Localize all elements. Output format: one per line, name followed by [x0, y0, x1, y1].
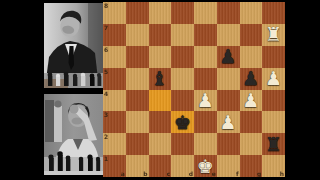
square-f1[interactable]: f: [217, 155, 240, 177]
square-h8[interactable]: [262, 2, 285, 24]
square-a8[interactable]: 8: [103, 2, 126, 24]
square-b7[interactable]: [126, 24, 149, 46]
square-b3[interactable]: [126, 111, 149, 133]
square-h6[interactable]: [262, 46, 285, 68]
square-e3[interactable]: [194, 111, 217, 133]
rank-label-2: 2: [104, 133, 108, 140]
square-d7[interactable]: [171, 24, 194, 46]
square-g6[interactable]: [240, 46, 263, 68]
square-d1[interactable]: d: [171, 155, 194, 177]
square-g4[interactable]: ♟: [240, 90, 263, 112]
square-b5[interactable]: [126, 68, 149, 90]
square-f8[interactable]: [217, 2, 240, 24]
file-label-f: f: [236, 170, 239, 177]
square-b2[interactable]: [126, 133, 149, 155]
square-h7[interactable]: ♜: [262, 24, 285, 46]
file-label-d: d: [189, 170, 193, 177]
file-label-c: c: [167, 170, 171, 177]
square-d5[interactable]: [171, 68, 194, 90]
square-g2[interactable]: [240, 133, 263, 155]
square-b4[interactable]: [126, 90, 149, 112]
rank-label-3: 3: [104, 111, 108, 118]
rank-label-7: 7: [104, 24, 108, 31]
square-h1[interactable]: h: [262, 155, 285, 177]
square-c1[interactable]: c: [149, 155, 172, 177]
file-label-a: a: [121, 170, 125, 177]
rank-label-6: 6: [104, 46, 108, 53]
square-a6[interactable]: 6: [103, 46, 126, 68]
piece-white-pawn[interactable]: ♟: [240, 90, 263, 112]
square-c7[interactable]: [149, 24, 172, 46]
rank-label-1: 1: [104, 155, 108, 162]
square-a2[interactable]: 2: [103, 133, 126, 155]
square-e4[interactable]: ♟: [194, 90, 217, 112]
square-c8[interactable]: [149, 2, 172, 24]
square-f2[interactable]: [217, 133, 240, 155]
square-e6[interactable]: [194, 46, 217, 68]
square-a1[interactable]: 1a: [103, 155, 126, 177]
square-b6[interactable]: [126, 46, 149, 68]
square-a3[interactable]: 3: [103, 111, 126, 133]
screen: 87♜6♟5♝♟♟4♟♟3♚♟2♜1abcde♚fgh: [0, 0, 320, 180]
piece-black-rook[interactable]: ♜: [262, 133, 285, 155]
square-a7[interactable]: 7: [103, 24, 126, 46]
square-d4[interactable]: [171, 90, 194, 112]
square-c2[interactable]: [149, 133, 172, 155]
square-g5[interactable]: ♟: [240, 68, 263, 90]
square-e8[interactable]: [194, 2, 217, 24]
piece-white-king[interactable]: ♚: [194, 155, 217, 177]
piece-black-king[interactable]: ♚: [171, 111, 194, 133]
chess-board: 87♜6♟5♝♟♟4♟♟3♚♟2♜1abcde♚fgh: [103, 2, 285, 177]
square-a5[interactable]: 5: [103, 68, 126, 90]
piece-black-bishop[interactable]: ♝: [149, 68, 172, 90]
rank-label-5: 5: [104, 68, 108, 75]
square-e7[interactable]: [194, 24, 217, 46]
square-c4[interactable]: [149, 90, 172, 112]
rank-label-8: 8: [104, 2, 108, 9]
square-g3[interactable]: [240, 111, 263, 133]
background-figures: [45, 100, 62, 142]
square-h5[interactable]: ♟: [262, 68, 285, 90]
file-label-b: b: [143, 170, 147, 177]
square-d2[interactable]: [171, 133, 194, 155]
square-d3[interactable]: ♚: [171, 111, 194, 133]
square-a4[interactable]: 4: [103, 90, 126, 112]
file-label-h: h: [280, 170, 284, 177]
square-f3[interactable]: ♟: [217, 111, 240, 133]
square-g7[interactable]: [240, 24, 263, 46]
square-e2[interactable]: [194, 133, 217, 155]
piece-black-pawn[interactable]: ♟: [240, 68, 263, 90]
square-e5[interactable]: [194, 68, 217, 90]
square-h2[interactable]: ♜: [262, 133, 285, 155]
square-f5[interactable]: [217, 68, 240, 90]
piece-black-pawn[interactable]: ♟: [217, 46, 240, 68]
square-b8[interactable]: [126, 2, 149, 24]
square-c5[interactable]: ♝: [149, 68, 172, 90]
piece-white-rook[interactable]: ♜: [262, 24, 285, 46]
piece-white-pawn[interactable]: ♟: [262, 68, 285, 90]
square-h4[interactable]: [262, 90, 285, 112]
file-label-g: g: [257, 170, 261, 177]
square-g8[interactable]: [240, 2, 263, 24]
square-b1[interactable]: b: [126, 155, 149, 177]
square-d6[interactable]: [171, 46, 194, 68]
square-f4[interactable]: [217, 90, 240, 112]
square-c3[interactable]: [149, 111, 172, 133]
top-player-photo: [44, 3, 103, 88]
square-f6[interactable]: ♟: [217, 46, 240, 68]
square-d8[interactable]: [171, 2, 194, 24]
rank-label-4: 4: [104, 90, 108, 97]
square-g1[interactable]: g: [240, 155, 263, 177]
bottom-player-photo: [44, 94, 103, 175]
piece-white-pawn[interactable]: ♟: [217, 111, 240, 133]
square-f7[interactable]: [217, 24, 240, 46]
square-e1[interactable]: e♚: [194, 155, 217, 177]
square-h3[interactable]: [262, 111, 285, 133]
foreground-chess-pieces: [44, 72, 103, 88]
square-c6[interactable]: [149, 46, 172, 68]
piece-white-pawn[interactable]: ♟: [194, 90, 217, 112]
